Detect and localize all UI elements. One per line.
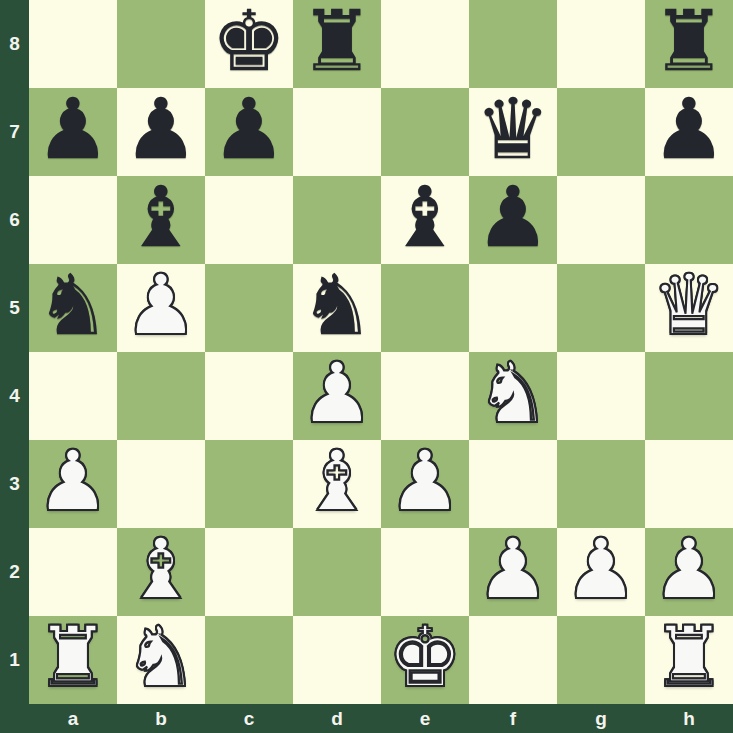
piece-black-pawn-a7[interactable]: ♟: [35, 85, 110, 173]
square-h6[interactable]: [645, 176, 733, 264]
square-a4[interactable]: [29, 352, 117, 440]
square-h1[interactable]: ♜: [645, 616, 733, 704]
square-e7[interactable]: [381, 88, 469, 176]
square-a6[interactable]: [29, 176, 117, 264]
square-h3[interactable]: [645, 440, 733, 528]
square-a7[interactable]: ♟: [29, 88, 117, 176]
square-f7[interactable]: ♛: [469, 88, 557, 176]
square-b1[interactable]: ♞: [117, 616, 205, 704]
square-c3[interactable]: [205, 440, 293, 528]
square-f2[interactable]: ♟: [469, 528, 557, 616]
rank-label-8: 8: [0, 0, 29, 88]
square-d4[interactable]: ♟: [293, 352, 381, 440]
piece-white-pawn-f2[interactable]: ♟: [475, 525, 550, 613]
file-label-b: b: [117, 704, 205, 733]
chess-board-container: 8♚♜♜7♟♟♟♛♟6♝♝♟5♞♟♞♛4♟♞3♟♝♟2♝♟♟♟1♜♞♚♜abcd…: [0, 0, 733, 733]
square-e8[interactable]: [381, 0, 469, 88]
square-c6[interactable]: [205, 176, 293, 264]
square-b3[interactable]: [117, 440, 205, 528]
piece-white-pawn-g2[interactable]: ♟: [563, 525, 638, 613]
piece-black-pawn-b7[interactable]: ♟: [123, 85, 198, 173]
square-f4[interactable]: ♞: [469, 352, 557, 440]
square-h7[interactable]: ♟: [645, 88, 733, 176]
piece-white-bishop-b2[interactable]: ♝: [123, 525, 198, 613]
square-c8[interactable]: ♚: [205, 0, 293, 88]
square-g6[interactable]: [557, 176, 645, 264]
rank-label-2: 2: [0, 528, 29, 616]
square-g1[interactable]: [557, 616, 645, 704]
square-h8[interactable]: ♜: [645, 0, 733, 88]
rank-label-3: 3: [0, 440, 29, 528]
square-e3[interactable]: ♟: [381, 440, 469, 528]
rank-label-1: 1: [0, 616, 29, 704]
square-a5[interactable]: ♞: [29, 264, 117, 352]
piece-black-bishop-b6[interactable]: ♝: [123, 173, 198, 261]
rank-label-7: 7: [0, 88, 29, 176]
piece-white-queen-h5[interactable]: ♛: [651, 261, 726, 349]
square-c7[interactable]: ♟: [205, 88, 293, 176]
square-d6[interactable]: [293, 176, 381, 264]
square-c1[interactable]: [205, 616, 293, 704]
square-h4[interactable]: [645, 352, 733, 440]
piece-black-rook-d8[interactable]: ♜: [299, 0, 374, 85]
square-d3[interactable]: ♝: [293, 440, 381, 528]
piece-black-bishop-e6[interactable]: ♝: [387, 173, 462, 261]
square-e4[interactable]: [381, 352, 469, 440]
file-label-f: f: [469, 704, 557, 733]
board-corner: [0, 704, 29, 733]
square-b6[interactable]: ♝: [117, 176, 205, 264]
square-f6[interactable]: ♟: [469, 176, 557, 264]
rank-label-4: 4: [0, 352, 29, 440]
square-d1[interactable]: [293, 616, 381, 704]
square-b4[interactable]: [117, 352, 205, 440]
square-e5[interactable]: [381, 264, 469, 352]
piece-white-pawn-b5[interactable]: ♟: [123, 261, 198, 349]
square-g7[interactable]: [557, 88, 645, 176]
square-b2[interactable]: ♝: [117, 528, 205, 616]
square-e6[interactable]: ♝: [381, 176, 469, 264]
square-c5[interactable]: [205, 264, 293, 352]
square-c4[interactable]: [205, 352, 293, 440]
file-label-a: a: [29, 704, 117, 733]
piece-white-rook-h1[interactable]: ♜: [651, 613, 726, 701]
square-f1[interactable]: [469, 616, 557, 704]
rank-label-5: 5: [0, 264, 29, 352]
square-d7[interactable]: [293, 88, 381, 176]
square-a8[interactable]: [29, 0, 117, 88]
square-a1[interactable]: ♜: [29, 616, 117, 704]
square-f5[interactable]: [469, 264, 557, 352]
square-g3[interactable]: [557, 440, 645, 528]
piece-black-rook-h8[interactable]: ♜: [651, 0, 726, 85]
piece-white-bishop-d3[interactable]: ♝: [299, 437, 374, 525]
chess-board: 8♚♜♜7♟♟♟♛♟6♝♝♟5♞♟♞♛4♟♞3♟♝♟2♝♟♟♟1♜♞♚♜abcd…: [0, 0, 733, 733]
piece-black-pawn-h7[interactable]: ♟: [651, 85, 726, 173]
piece-white-rook-a1[interactable]: ♜: [35, 613, 110, 701]
square-b5[interactable]: ♟: [117, 264, 205, 352]
square-g4[interactable]: [557, 352, 645, 440]
square-g2[interactable]: ♟: [557, 528, 645, 616]
file-label-g: g: [557, 704, 645, 733]
square-d5[interactable]: ♞: [293, 264, 381, 352]
piece-white-knight-b1[interactable]: ♞: [123, 613, 198, 701]
piece-black-queen-f7[interactable]: ♛: [475, 85, 550, 173]
piece-white-knight-f4[interactable]: ♞: [475, 349, 550, 437]
square-b8[interactable]: [117, 0, 205, 88]
file-label-h: h: [645, 704, 733, 733]
piece-black-knight-a5[interactable]: ♞: [35, 261, 110, 349]
piece-white-pawn-a3[interactable]: ♟: [35, 437, 110, 525]
square-e2[interactable]: [381, 528, 469, 616]
square-a3[interactable]: ♟: [29, 440, 117, 528]
square-h5[interactable]: ♛: [645, 264, 733, 352]
square-d8[interactable]: ♜: [293, 0, 381, 88]
piece-black-knight-d5[interactable]: ♞: [299, 261, 374, 349]
square-c2[interactable]: [205, 528, 293, 616]
square-g8[interactable]: [557, 0, 645, 88]
file-label-d: d: [293, 704, 381, 733]
piece-white-pawn-e3[interactable]: ♟: [387, 437, 462, 525]
piece-white-king-e1[interactable]: ♚: [387, 613, 462, 701]
file-label-c: c: [205, 704, 293, 733]
square-b7[interactable]: ♟: [117, 88, 205, 176]
square-e1[interactable]: ♚: [381, 616, 469, 704]
piece-black-pawn-c7[interactable]: ♟: [211, 85, 286, 173]
file-label-e: e: [381, 704, 469, 733]
piece-black-king-c8[interactable]: ♚: [211, 0, 286, 85]
square-h2[interactable]: ♟: [645, 528, 733, 616]
piece-white-pawn-h2[interactable]: ♟: [651, 525, 726, 613]
square-d2[interactable]: [293, 528, 381, 616]
square-f8[interactable]: [469, 0, 557, 88]
piece-black-pawn-f6[interactable]: ♟: [475, 173, 550, 261]
rank-label-6: 6: [0, 176, 29, 264]
square-a2[interactable]: [29, 528, 117, 616]
piece-white-pawn-d4[interactable]: ♟: [299, 349, 374, 437]
square-g5[interactable]: [557, 264, 645, 352]
square-f3[interactable]: [469, 440, 557, 528]
